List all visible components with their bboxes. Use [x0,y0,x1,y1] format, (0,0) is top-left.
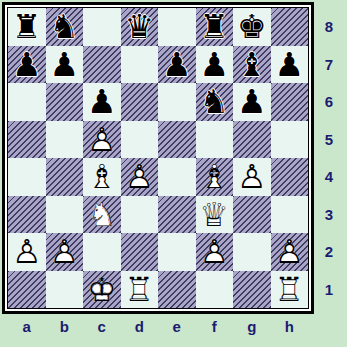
square-f3[interactable]: ♛♕ [196,196,234,234]
rank-label-4: 4 [316,158,342,196]
chess-board[interactable]: ♜♞♛♜♚♟♟♟♟♝♟♟♞♟♟♙♝♗♟♙♝♗♟♙♞♘♛♕♟♙♟♙♟♙♟♙♚♔♜♖… [8,8,308,308]
square-b8[interactable]: ♞ [46,8,84,46]
white-pawn-g4[interactable]: ♟♙ [233,158,271,196]
square-a6[interactable] [8,83,46,121]
square-h6[interactable] [271,83,309,121]
square-f1[interactable] [196,271,234,309]
rank-label-7: 7 [316,46,342,84]
square-e6[interactable] [158,83,196,121]
square-g2[interactable] [233,233,271,271]
square-g5[interactable] [233,121,271,159]
square-b7[interactable]: ♟ [46,46,84,84]
square-d7[interactable] [121,46,159,84]
black-rook-f8[interactable]: ♜ [196,8,234,46]
black-queen-d8[interactable]: ♛ [121,8,159,46]
rank-label-6: 6 [316,83,342,121]
square-f8[interactable]: ♜ [196,8,234,46]
file-label-c: c [83,314,121,338]
square-d6[interactable] [121,83,159,121]
board-frame: ♜♞♛♜♚♟♟♟♟♝♟♟♞♟♟♙♝♗♟♙♝♗♟♙♞♘♛♕♟♙♟♙♟♙♟♙♚♔♜♖… [2,2,314,314]
square-e1[interactable] [158,271,196,309]
board-frame-white-line: ♜♞♛♜♚♟♟♟♟♝♟♟♞♟♟♙♝♗♟♙♝♗♟♙♞♘♛♕♟♙♟♙♟♙♟♙♚♔♜♖… [5,5,311,311]
square-g4[interactable]: ♟♙ [233,158,271,196]
square-a8[interactable]: ♜ [8,8,46,46]
square-f6[interactable]: ♞ [196,83,234,121]
square-f2[interactable]: ♟♙ [196,233,234,271]
square-a1[interactable] [8,271,46,309]
square-f4[interactable]: ♝♗ [196,158,234,196]
square-d1[interactable]: ♜♖ [121,271,159,309]
square-b2[interactable]: ♟♙ [46,233,84,271]
rank-label-2: 2 [316,233,342,271]
square-h4[interactable] [271,158,309,196]
rank-label-3: 3 [316,196,342,234]
square-e7[interactable]: ♟ [158,46,196,84]
square-h8[interactable] [271,8,309,46]
file-label-h: h [271,314,309,338]
board-frame-inner-line: ♜♞♛♜♚♟♟♟♟♝♟♟♞♟♟♙♝♗♟♙♝♗♟♙♞♘♛♕♟♙♟♙♟♙♟♙♚♔♜♖… [7,7,309,309]
square-b5[interactable] [46,121,84,159]
square-a7[interactable]: ♟ [8,46,46,84]
file-label-d: d [121,314,159,338]
white-king-c1[interactable]: ♚♔ [83,271,121,309]
file-label-b: b [46,314,84,338]
white-bishop-f4[interactable]: ♝♗ [196,158,234,196]
white-pawn-h2[interactable]: ♟♙ [271,233,309,271]
square-a5[interactable] [8,121,46,159]
square-g7[interactable]: ♝ [233,46,271,84]
square-e3[interactable] [158,196,196,234]
white-pawn-a2[interactable]: ♟♙ [8,233,46,271]
square-d4[interactable]: ♟♙ [121,158,159,196]
black-pawn-c6[interactable]: ♟ [83,83,121,121]
white-rook-h1[interactable]: ♜♖ [271,271,309,309]
square-a4[interactable] [8,158,46,196]
square-c6[interactable]: ♟ [83,83,121,121]
file-label-g: g [233,314,271,338]
square-g6[interactable]: ♟ [233,83,271,121]
square-e5[interactable] [158,121,196,159]
square-c7[interactable] [83,46,121,84]
square-d3[interactable] [121,196,159,234]
black-bishop-g7[interactable]: ♝ [233,46,271,84]
square-c5[interactable]: ♟♙ [83,121,121,159]
square-c8[interactable] [83,8,121,46]
black-knight-f6[interactable]: ♞ [196,83,234,121]
square-h2[interactable]: ♟♙ [271,233,309,271]
square-c4[interactable]: ♝♗ [83,158,121,196]
chess-diagram-page: { "game": "chess", "position": { "fen_bo… [0,0,347,347]
square-a3[interactable] [8,196,46,234]
square-c3[interactable]: ♞♘ [83,196,121,234]
square-b3[interactable] [46,196,84,234]
square-d2[interactable] [121,233,159,271]
black-pawn-g6[interactable]: ♟ [233,83,271,121]
black-pawn-f7[interactable]: ♟ [196,46,234,84]
black-knight-b8[interactable]: ♞ [46,8,84,46]
square-b6[interactable] [46,83,84,121]
square-e2[interactable] [158,233,196,271]
file-label-a: a [8,314,46,338]
square-f7[interactable]: ♟ [196,46,234,84]
square-e8[interactable] [158,8,196,46]
square-g8[interactable]: ♚ [233,8,271,46]
rank-label-8: 8 [316,8,342,46]
file-labels: abcdefgh [8,314,308,338]
square-h7[interactable]: ♟ [271,46,309,84]
white-knight-c3[interactable]: ♞♘ [83,196,121,234]
square-d8[interactable]: ♛ [121,8,159,46]
square-a2[interactable]: ♟♙ [8,233,46,271]
square-c1[interactable]: ♚♔ [83,271,121,309]
square-h5[interactable] [271,121,309,159]
rank-labels: 87654321 [316,8,342,308]
square-e4[interactable] [158,158,196,196]
black-king-g8[interactable]: ♚ [233,8,271,46]
square-g1[interactable] [233,271,271,309]
black-rook-a8[interactable]: ♜ [8,8,46,46]
white-pawn-f2[interactable]: ♟♙ [196,233,234,271]
white-pawn-d4[interactable]: ♟♙ [121,158,159,196]
square-g3[interactable] [233,196,271,234]
square-h1[interactable]: ♜♖ [271,271,309,309]
square-b4[interactable] [46,158,84,196]
black-pawn-b7[interactable]: ♟ [46,46,84,84]
square-h3[interactable] [271,196,309,234]
white-bishop-c4[interactable]: ♝♗ [83,158,121,196]
black-pawn-a7[interactable]: ♟ [8,46,46,84]
white-pawn-b2[interactable]: ♟♙ [46,233,84,271]
file-label-e: e [158,314,196,338]
square-f5[interactable] [196,121,234,159]
file-label-f: f [196,314,234,338]
black-pawn-h7[interactable]: ♟ [271,46,309,84]
black-pawn-e7[interactable]: ♟ [158,46,196,84]
rank-label-1: 1 [316,271,342,309]
white-rook-d1[interactable]: ♜♖ [121,271,159,309]
white-pawn-c5[interactable]: ♟♙ [83,121,121,159]
square-d5[interactable] [121,121,159,159]
square-c2[interactable] [83,233,121,271]
rank-label-5: 5 [316,121,342,159]
white-queen-f3[interactable]: ♛♕ [196,196,234,234]
square-b1[interactable] [46,271,84,309]
